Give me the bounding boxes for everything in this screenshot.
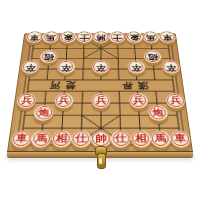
piece-red-soldier[interactable]: 兵 xyxy=(129,93,148,108)
piece-glyph: 相 xyxy=(130,130,151,147)
piece-glyph: 馬 xyxy=(150,130,171,147)
piece-glyph: 卒 xyxy=(21,60,40,73)
piece-red-soldier[interactable]: 兵 xyxy=(16,93,36,108)
piece-black-cannon[interactable]: 砲 xyxy=(40,50,58,63)
piece-glyph: 仕 xyxy=(71,130,91,147)
piece-glyph: 炮 xyxy=(148,105,168,121)
piece-glyph: 帥 xyxy=(91,130,111,147)
piece-black-general[interactable]: 將 xyxy=(93,31,110,43)
board-plane: 楚河 漢界 車馬象士將士象馬車砲砲卒卒卒卒卒兵兵兵兵兵炮炮車馬相仕帥仕相馬車 xyxy=(7,33,193,152)
piece-glyph: 象 xyxy=(59,31,76,43)
river-text-right: 漢界 xyxy=(118,81,150,90)
piece-glyph: 馬 xyxy=(31,130,52,147)
piece-black-chariot[interactable]: 車 xyxy=(158,31,176,43)
piece-black-horse[interactable]: 馬 xyxy=(42,31,60,43)
piece-glyph: 士 xyxy=(76,31,93,43)
piece-black-soldier[interactable]: 卒 xyxy=(21,60,40,73)
piece-glyph: 炮 xyxy=(34,105,54,121)
piece-glyph: 卒 xyxy=(57,60,75,73)
piece-glyph: 兵 xyxy=(16,93,36,108)
piece-red-chariot[interactable]: 車 xyxy=(11,130,33,147)
piece-black-soldier[interactable]: 卒 xyxy=(57,60,75,73)
xiangqi-board[interactable]: 楚河 漢界 車馬象士將士象馬車砲砲卒卒卒卒卒兵兵兵兵兵炮炮車馬相仕帥仕相馬車 xyxy=(7,33,193,152)
piece-glyph: 砲 xyxy=(143,50,161,63)
piece-glyph: 兵 xyxy=(92,93,111,108)
piece-glyph: 車 xyxy=(25,31,43,43)
piece-glyph: 將 xyxy=(93,31,110,43)
piece-red-elephant[interactable]: 相 xyxy=(51,130,72,147)
piece-black-elephant[interactable]: 象 xyxy=(126,31,143,43)
piece-black-chariot[interactable]: 車 xyxy=(25,31,43,43)
piece-black-soldier[interactable]: 卒 xyxy=(92,60,110,73)
piece-black-advisor[interactable]: 士 xyxy=(109,31,126,43)
piece-red-horse[interactable]: 馬 xyxy=(31,130,52,147)
xiangqi-set-photo: 楚河 漢界 車馬象士將士象馬車砲砲卒卒卒卒卒兵兵兵兵兵炮炮車馬相仕帥仕相馬車 xyxy=(0,0,200,200)
piece-glyph: 砲 xyxy=(40,50,58,63)
piece-red-advisor[interactable]: 仕 xyxy=(71,130,91,147)
piece-glyph: 仕 xyxy=(111,130,131,147)
piece-black-soldier[interactable]: 卒 xyxy=(162,60,181,73)
piece-glyph: 車 xyxy=(11,130,33,147)
piece-red-chariot[interactable]: 車 xyxy=(170,130,192,147)
piece-red-general[interactable]: 帥 xyxy=(91,130,111,147)
piece-glyph: 車 xyxy=(158,31,176,43)
piece-red-soldier[interactable]: 兵 xyxy=(54,93,73,108)
piece-black-soldier[interactable]: 卒 xyxy=(127,60,145,73)
piece-red-cannon[interactable]: 炮 xyxy=(34,105,54,121)
piece-glyph: 兵 xyxy=(129,93,148,108)
river-text-left: 楚河 xyxy=(45,81,77,90)
piece-glyph: 相 xyxy=(51,130,72,147)
piece-black-elephant[interactable]: 象 xyxy=(59,31,76,43)
piece-glyph: 士 xyxy=(109,31,126,43)
brass-latch-clasp[interactable] xyxy=(97,153,106,169)
piece-red-advisor[interactable]: 仕 xyxy=(111,130,131,147)
piece-red-cannon[interactable]: 炮 xyxy=(148,105,168,121)
piece-glyph: 兵 xyxy=(165,93,185,108)
piece-glyph: 兵 xyxy=(54,93,73,108)
piece-red-soldier[interactable]: 兵 xyxy=(92,93,111,108)
piece-red-horse[interactable]: 馬 xyxy=(150,130,171,147)
piece-black-advisor[interactable]: 士 xyxy=(76,31,93,43)
piece-glyph: 卒 xyxy=(127,60,145,73)
piece-glyph: 馬 xyxy=(42,31,60,43)
piece-glyph: 車 xyxy=(170,130,192,147)
piece-black-cannon[interactable]: 砲 xyxy=(143,50,161,63)
piece-glyph: 馬 xyxy=(142,31,160,43)
river-inscription: 楚河 漢界 xyxy=(45,81,150,90)
piece-glyph: 卒 xyxy=(92,60,110,73)
piece-glyph: 象 xyxy=(126,31,143,43)
piece-red-elephant[interactable]: 相 xyxy=(130,130,151,147)
piece-glyph: 卒 xyxy=(162,60,181,73)
piece-red-soldier[interactable]: 兵 xyxy=(165,93,185,108)
piece-black-horse[interactable]: 馬 xyxy=(142,31,160,43)
